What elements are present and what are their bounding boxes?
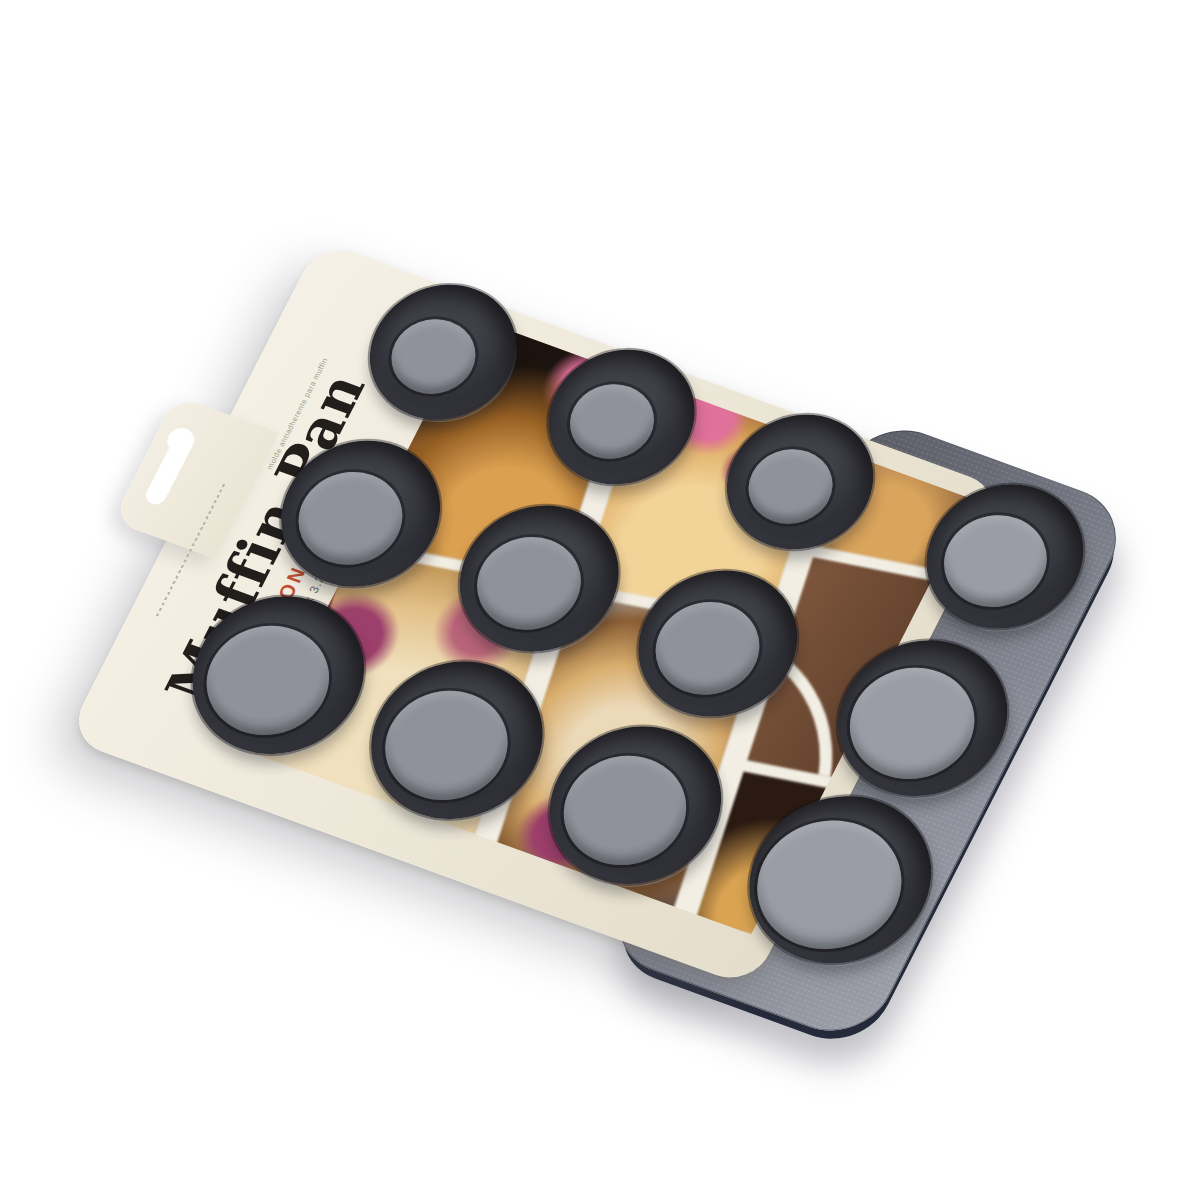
cup-floor (543, 739, 706, 881)
cup-floor (186, 609, 349, 751)
product-photo: molde antiadherente para muffin Muffin P… (0, 0, 1200, 1200)
cup-floor (927, 502, 1063, 621)
cup-floor (378, 308, 490, 406)
cup-floor (365, 674, 528, 816)
muffin-pan-scene: molde antiadherente para muffin Muffin P… (14, 195, 1200, 1094)
cup-floor (460, 523, 598, 644)
cup-floor (639, 588, 777, 709)
cup-floor (556, 373, 668, 471)
cup-floor (281, 458, 419, 579)
cup-floor (735, 438, 847, 536)
